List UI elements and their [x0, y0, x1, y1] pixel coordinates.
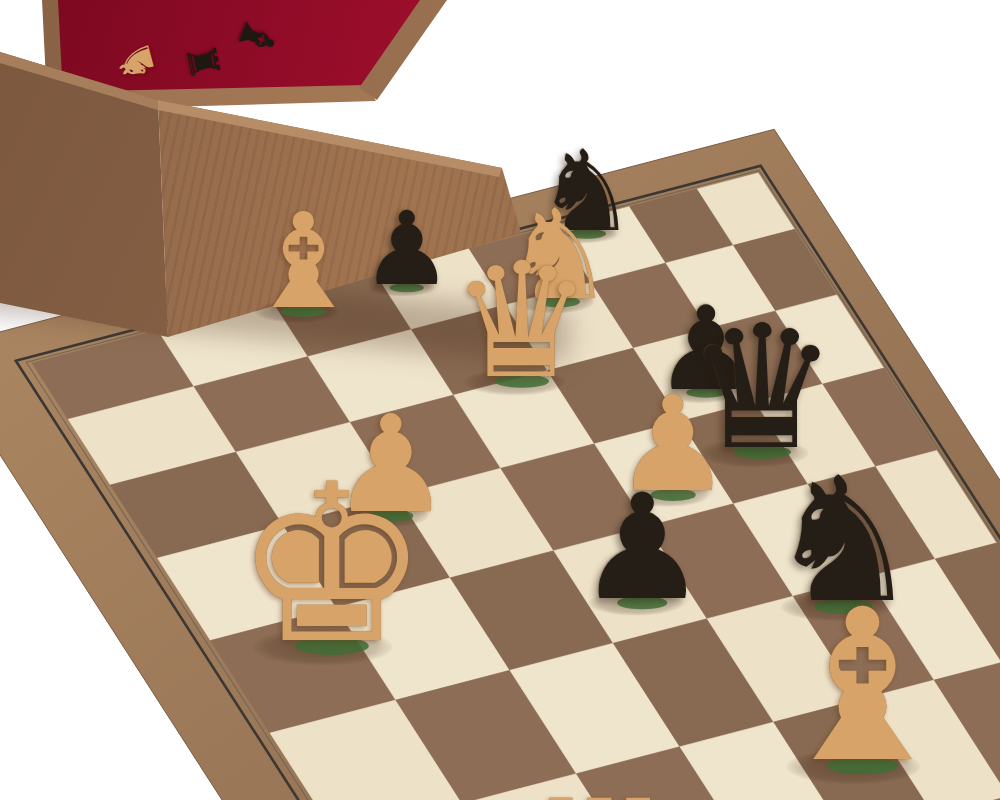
chess-scene: ♞♝♟♞♛♟♟♛♟♚♟♞♝♜ ♞♜♝ — [0, 0, 1000, 800]
